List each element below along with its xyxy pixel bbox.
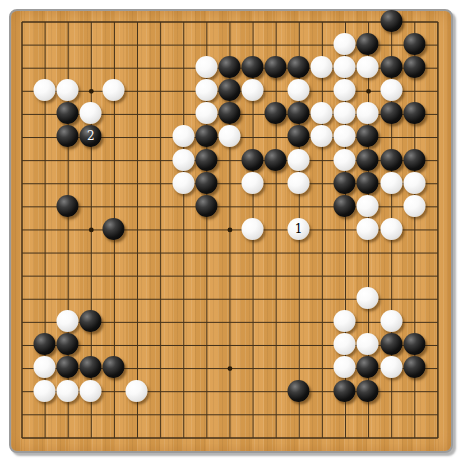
intersection[interactable] (34, 288, 57, 311)
intersection[interactable] (241, 334, 264, 357)
intersection[interactable] (241, 34, 264, 57)
intersection[interactable] (126, 149, 149, 172)
intersection[interactable] (34, 57, 57, 80)
intersection[interactable] (149, 241, 172, 264)
intersection[interactable] (195, 264, 218, 287)
intersection[interactable] (34, 241, 57, 264)
intersection[interactable] (103, 288, 126, 311)
intersection[interactable] (80, 80, 103, 103)
intersection[interactable] (264, 403, 287, 426)
intersection[interactable] (403, 426, 426, 449)
intersection[interactable] (57, 57, 80, 80)
intersection[interactable] (126, 426, 149, 449)
intersection[interactable] (403, 149, 426, 172)
intersection[interactable] (334, 126, 357, 149)
intersection[interactable] (334, 218, 357, 241)
intersection[interactable] (34, 10, 57, 33)
intersection[interactable] (103, 380, 126, 403)
intersection[interactable] (10, 357, 33, 380)
intersection[interactable] (34, 357, 57, 380)
intersection[interactable] (380, 34, 403, 57)
intersection[interactable] (241, 311, 264, 334)
intersection[interactable] (172, 57, 195, 80)
intersection[interactable] (10, 380, 33, 403)
intersection[interactable] (218, 241, 241, 264)
intersection[interactable] (126, 241, 149, 264)
intersection[interactable] (311, 426, 334, 449)
intersection[interactable] (80, 334, 103, 357)
intersection[interactable] (311, 288, 334, 311)
intersection[interactable] (80, 10, 103, 33)
intersection[interactable] (403, 334, 426, 357)
intersection[interactable] (172, 311, 195, 334)
intersection[interactable] (311, 311, 334, 334)
intersection[interactable] (380, 80, 403, 103)
intersection[interactable] (10, 10, 33, 33)
intersection[interactable] (195, 218, 218, 241)
intersection[interactable] (357, 357, 380, 380)
intersection[interactable] (34, 380, 57, 403)
intersection[interactable] (380, 334, 403, 357)
intersection[interactable] (334, 426, 357, 449)
intersection[interactable] (80, 149, 103, 172)
intersection[interactable] (10, 241, 33, 264)
intersection[interactable] (103, 126, 126, 149)
intersection[interactable] (357, 80, 380, 103)
intersection[interactable] (172, 126, 195, 149)
intersection[interactable] (288, 241, 311, 264)
intersection[interactable] (10, 426, 33, 449)
intersection[interactable] (34, 264, 57, 287)
intersection[interactable] (218, 34, 241, 57)
intersection[interactable] (57, 334, 80, 357)
intersection[interactable] (218, 357, 241, 380)
intersection[interactable] (57, 195, 80, 218)
intersection[interactable] (149, 126, 172, 149)
intersection[interactable] (357, 195, 380, 218)
intersection[interactable] (149, 311, 172, 334)
intersection[interactable] (172, 380, 195, 403)
intersection[interactable] (426, 195, 449, 218)
intersection[interactable] (149, 34, 172, 57)
intersection[interactable] (426, 311, 449, 334)
intersection[interactable] (357, 380, 380, 403)
intersection[interactable] (10, 403, 33, 426)
intersection[interactable] (10, 264, 33, 287)
intersection[interactable] (426, 241, 449, 264)
intersection[interactable] (80, 103, 103, 126)
intersection[interactable] (264, 288, 287, 311)
intersection[interactable] (34, 426, 57, 449)
intersection[interactable] (380, 311, 403, 334)
intersection[interactable] (10, 80, 33, 103)
intersection[interactable] (149, 334, 172, 357)
intersection[interactable] (241, 57, 264, 80)
intersection[interactable] (10, 34, 33, 57)
intersection[interactable] (126, 218, 149, 241)
intersection[interactable] (311, 103, 334, 126)
intersection[interactable] (103, 195, 126, 218)
intersection[interactable] (264, 218, 287, 241)
intersection[interactable] (195, 126, 218, 149)
intersection[interactable] (126, 380, 149, 403)
intersection[interactable] (103, 57, 126, 80)
intersection[interactable] (126, 264, 149, 287)
intersection[interactable] (126, 126, 149, 149)
intersection[interactable] (380, 426, 403, 449)
intersection[interactable] (311, 149, 334, 172)
intersection[interactable] (195, 241, 218, 264)
intersection[interactable] (80, 172, 103, 195)
intersection[interactable] (57, 357, 80, 380)
intersection[interactable] (218, 57, 241, 80)
intersection[interactable] (426, 172, 449, 195)
intersection[interactable] (218, 80, 241, 103)
intersection[interactable] (10, 126, 33, 149)
intersection[interactable] (241, 403, 264, 426)
intersection[interactable] (80, 357, 103, 380)
intersection[interactable] (149, 195, 172, 218)
intersection[interactable] (172, 264, 195, 287)
intersection[interactable] (403, 288, 426, 311)
intersection[interactable] (403, 218, 426, 241)
intersection[interactable] (195, 34, 218, 57)
intersection[interactable] (357, 103, 380, 126)
intersection[interactable] (334, 80, 357, 103)
intersection[interactable] (264, 172, 287, 195)
intersection[interactable] (264, 57, 287, 80)
intersection[interactable] (264, 126, 287, 149)
intersection[interactable] (288, 103, 311, 126)
intersection[interactable] (380, 403, 403, 426)
intersection[interactable] (57, 103, 80, 126)
intersection[interactable] (34, 103, 57, 126)
intersection[interactable] (126, 10, 149, 33)
intersection[interactable] (10, 311, 33, 334)
intersection[interactable] (57, 288, 80, 311)
intersection[interactable] (311, 126, 334, 149)
intersection[interactable] (264, 195, 287, 218)
intersection[interactable] (334, 311, 357, 334)
intersection[interactable] (334, 57, 357, 80)
intersection[interactable] (241, 195, 264, 218)
intersection[interactable] (288, 172, 311, 195)
intersection[interactable] (10, 172, 33, 195)
intersection[interactable] (10, 57, 33, 80)
intersection[interactable] (288, 264, 311, 287)
intersection[interactable] (57, 380, 80, 403)
intersection[interactable] (426, 218, 449, 241)
intersection[interactable] (149, 264, 172, 287)
intersection[interactable] (311, 334, 334, 357)
intersection[interactable] (57, 264, 80, 287)
intersection[interactable] (334, 149, 357, 172)
intersection[interactable] (218, 288, 241, 311)
intersection[interactable] (380, 172, 403, 195)
intersection[interactable] (126, 103, 149, 126)
intersection[interactable] (195, 195, 218, 218)
intersection[interactable] (311, 195, 334, 218)
intersection[interactable] (264, 241, 287, 264)
intersection[interactable] (426, 103, 449, 126)
intersection[interactable] (241, 264, 264, 287)
intersection[interactable] (57, 311, 80, 334)
intersection[interactable] (426, 34, 449, 57)
intersection[interactable] (149, 57, 172, 80)
intersection[interactable] (10, 288, 33, 311)
intersection[interactable] (149, 357, 172, 380)
intersection[interactable] (103, 311, 126, 334)
intersection[interactable] (80, 241, 103, 264)
intersection[interactable] (380, 57, 403, 80)
intersection[interactable] (426, 126, 449, 149)
intersection[interactable] (195, 57, 218, 80)
intersection[interactable] (149, 218, 172, 241)
intersection[interactable] (34, 334, 57, 357)
intersection[interactable] (334, 172, 357, 195)
intersection[interactable] (149, 288, 172, 311)
intersection[interactable] (357, 218, 380, 241)
intersection[interactable] (218, 334, 241, 357)
intersection[interactable] (195, 103, 218, 126)
intersection[interactable] (126, 288, 149, 311)
intersection[interactable] (380, 149, 403, 172)
intersection[interactable] (218, 218, 241, 241)
intersection[interactable] (241, 380, 264, 403)
intersection[interactable] (241, 10, 264, 33)
intersection[interactable] (334, 264, 357, 287)
intersection[interactable] (149, 426, 172, 449)
intersection[interactable] (172, 149, 195, 172)
intersection[interactable] (126, 334, 149, 357)
intersection[interactable] (403, 57, 426, 80)
intersection[interactable] (357, 34, 380, 57)
intersection[interactable] (288, 149, 311, 172)
intersection[interactable] (403, 380, 426, 403)
intersection[interactable] (172, 172, 195, 195)
intersection[interactable] (57, 172, 80, 195)
intersection[interactable] (34, 126, 57, 149)
intersection[interactable] (403, 311, 426, 334)
intersection[interactable] (34, 80, 57, 103)
intersection[interactable] (126, 172, 149, 195)
intersection[interactable] (357, 426, 380, 449)
intersection[interactable] (264, 103, 287, 126)
intersection[interactable] (380, 357, 403, 380)
intersection[interactable] (57, 126, 80, 149)
intersection[interactable] (172, 34, 195, 57)
intersection[interactable] (288, 334, 311, 357)
intersection[interactable] (218, 103, 241, 126)
intersection[interactable] (126, 34, 149, 57)
intersection[interactable] (288, 403, 311, 426)
intersection[interactable] (288, 34, 311, 57)
intersection[interactable] (357, 172, 380, 195)
intersection[interactable] (426, 357, 449, 380)
intersection[interactable] (241, 126, 264, 149)
intersection[interactable] (264, 149, 287, 172)
intersection[interactable] (311, 218, 334, 241)
intersection[interactable] (10, 218, 33, 241)
intersection[interactable] (311, 34, 334, 57)
intersection[interactable] (380, 103, 403, 126)
intersection[interactable] (426, 426, 449, 449)
intersection[interactable] (172, 426, 195, 449)
intersection[interactable] (126, 80, 149, 103)
intersection[interactable] (218, 195, 241, 218)
intersection[interactable] (172, 10, 195, 33)
intersection[interactable] (426, 57, 449, 80)
intersection[interactable] (357, 288, 380, 311)
intersection[interactable] (380, 10, 403, 33)
intersection[interactable] (403, 126, 426, 149)
intersection[interactable] (80, 311, 103, 334)
intersection[interactable] (103, 241, 126, 264)
intersection[interactable] (80, 403, 103, 426)
intersection[interactable] (403, 34, 426, 57)
intersection[interactable] (149, 80, 172, 103)
intersection[interactable] (403, 357, 426, 380)
intersection[interactable] (311, 80, 334, 103)
intersection[interactable] (103, 10, 126, 33)
intersection[interactable] (334, 403, 357, 426)
intersection[interactable] (403, 195, 426, 218)
intersection[interactable] (380, 241, 403, 264)
intersection[interactable] (80, 218, 103, 241)
intersection[interactable] (403, 172, 426, 195)
intersection[interactable] (241, 149, 264, 172)
intersection[interactable] (218, 380, 241, 403)
intersection[interactable] (34, 34, 57, 57)
intersection[interactable] (311, 172, 334, 195)
intersection[interactable] (195, 149, 218, 172)
intersection[interactable] (126, 403, 149, 426)
intersection[interactable] (34, 218, 57, 241)
intersection[interactable] (80, 426, 103, 449)
intersection[interactable] (103, 403, 126, 426)
intersection[interactable] (195, 311, 218, 334)
intersection[interactable] (195, 380, 218, 403)
intersection[interactable] (241, 357, 264, 380)
intersection[interactable] (57, 403, 80, 426)
intersection[interactable] (357, 126, 380, 149)
intersection[interactable] (34, 311, 57, 334)
intersection[interactable] (103, 264, 126, 287)
intersection[interactable] (241, 80, 264, 103)
intersection[interactable] (403, 241, 426, 264)
intersection[interactable] (103, 426, 126, 449)
intersection[interactable] (126, 195, 149, 218)
intersection[interactable] (426, 149, 449, 172)
intersection[interactable] (103, 80, 126, 103)
intersection[interactable] (357, 241, 380, 264)
intersection[interactable] (10, 195, 33, 218)
intersection[interactable] (288, 126, 311, 149)
intersection[interactable] (34, 403, 57, 426)
intersection[interactable] (426, 288, 449, 311)
intersection[interactable]: 1 (288, 218, 311, 241)
intersection[interactable] (218, 10, 241, 33)
intersection[interactable] (218, 403, 241, 426)
intersection[interactable] (288, 10, 311, 33)
intersection[interactable] (57, 10, 80, 33)
intersection[interactable] (149, 172, 172, 195)
intersection[interactable] (334, 288, 357, 311)
intersection[interactable] (218, 149, 241, 172)
intersection[interactable] (264, 426, 287, 449)
intersection[interactable] (334, 103, 357, 126)
intersection[interactable] (311, 380, 334, 403)
intersection[interactable] (195, 426, 218, 449)
intersection[interactable] (426, 403, 449, 426)
intersection[interactable] (172, 218, 195, 241)
intersection[interactable] (172, 241, 195, 264)
intersection[interactable] (288, 380, 311, 403)
intersection[interactable] (264, 34, 287, 57)
intersection[interactable] (264, 311, 287, 334)
intersection[interactable] (334, 380, 357, 403)
intersection[interactable] (288, 80, 311, 103)
intersection[interactable] (80, 57, 103, 80)
intersection[interactable] (149, 403, 172, 426)
intersection[interactable] (172, 195, 195, 218)
intersection[interactable] (357, 264, 380, 287)
intersection[interactable] (80, 288, 103, 311)
intersection[interactable] (403, 403, 426, 426)
intersection[interactable] (195, 172, 218, 195)
intersection[interactable] (218, 311, 241, 334)
intersection[interactable] (426, 380, 449, 403)
intersection[interactable] (172, 357, 195, 380)
intersection[interactable] (103, 172, 126, 195)
intersection[interactable]: 2 (80, 126, 103, 149)
intersection[interactable] (80, 195, 103, 218)
intersection[interactable] (334, 357, 357, 380)
intersection[interactable] (103, 34, 126, 57)
intersection[interactable] (10, 103, 33, 126)
intersection[interactable] (34, 149, 57, 172)
intersection[interactable] (172, 80, 195, 103)
intersection[interactable] (126, 357, 149, 380)
intersection[interactable] (241, 288, 264, 311)
intersection[interactable] (241, 103, 264, 126)
intersection[interactable] (264, 334, 287, 357)
intersection[interactable] (195, 10, 218, 33)
intersection[interactable] (264, 10, 287, 33)
intersection[interactable] (403, 80, 426, 103)
intersection[interactable] (149, 103, 172, 126)
intersection[interactable] (357, 311, 380, 334)
intersection[interactable] (57, 426, 80, 449)
intersection[interactable] (311, 403, 334, 426)
intersection[interactable] (103, 334, 126, 357)
intersection[interactable] (80, 380, 103, 403)
intersection[interactable] (288, 57, 311, 80)
intersection[interactable] (57, 34, 80, 57)
intersection[interactable] (80, 264, 103, 287)
intersection[interactable] (334, 34, 357, 57)
intersection[interactable] (218, 426, 241, 449)
intersection[interactable] (149, 10, 172, 33)
intersection[interactable] (195, 80, 218, 103)
intersection[interactable] (80, 34, 103, 57)
intersection[interactable] (264, 380, 287, 403)
intersection[interactable] (380, 264, 403, 287)
intersection[interactable] (195, 403, 218, 426)
intersection[interactable] (403, 103, 426, 126)
intersection[interactable] (288, 311, 311, 334)
intersection[interactable] (426, 264, 449, 287)
